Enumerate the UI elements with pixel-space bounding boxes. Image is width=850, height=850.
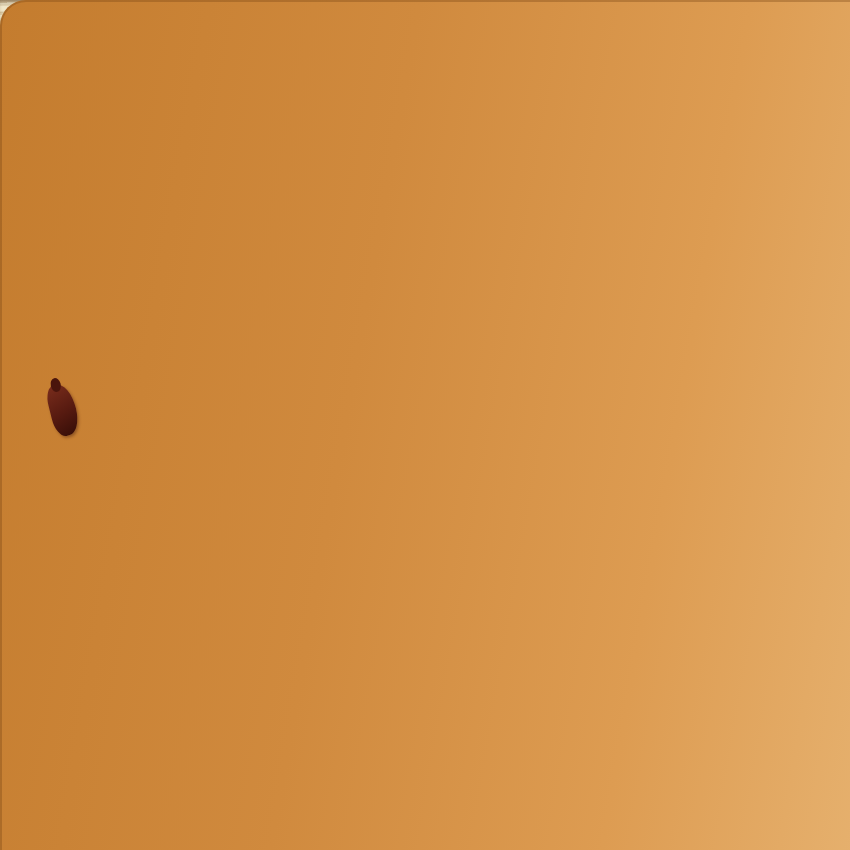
chess-board-photo bbox=[0, 0, 850, 850]
chess-board bbox=[0, 0, 850, 850]
